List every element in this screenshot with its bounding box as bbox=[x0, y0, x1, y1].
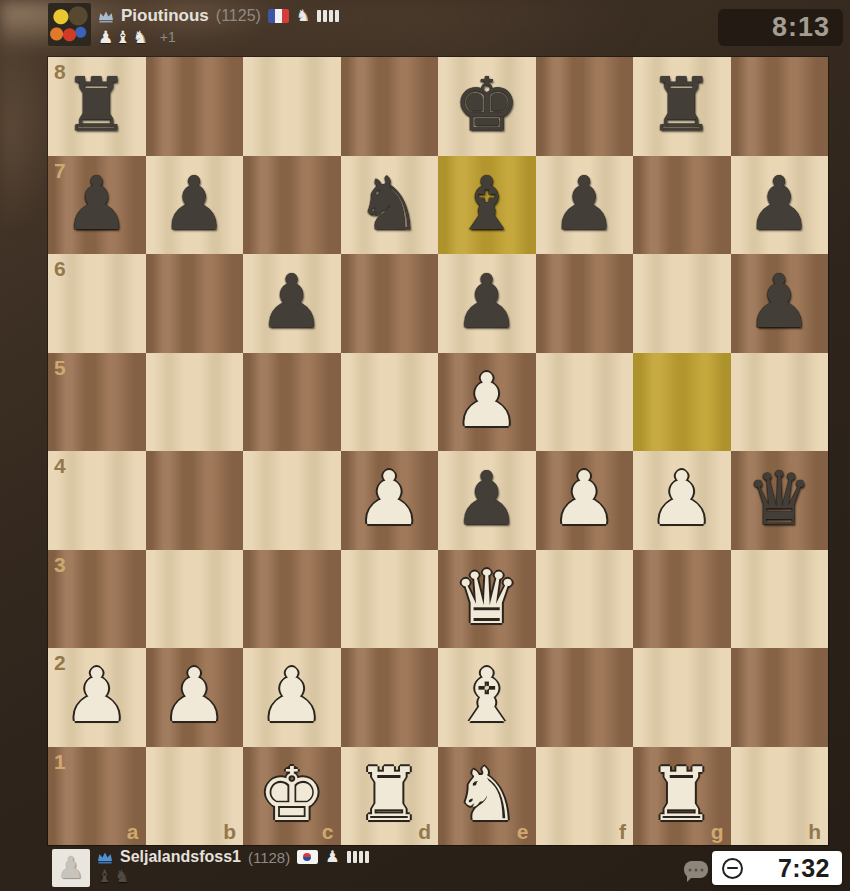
square-g7[interactable] bbox=[633, 156, 731, 255]
bottom-clock-time: 7:32 bbox=[778, 854, 830, 883]
square-d6[interactable] bbox=[341, 254, 439, 353]
square-d8[interactable] bbox=[341, 57, 439, 156]
square-d3[interactable] bbox=[341, 550, 439, 649]
piece-black-pawn-c6[interactable]: ♟ bbox=[259, 264, 325, 338]
square-h4[interactable]: ♛ bbox=[731, 451, 829, 550]
piece-white-king-c1[interactable]: ♚ bbox=[259, 757, 325, 831]
piece-black-king-e8[interactable]: ♚ bbox=[454, 67, 520, 141]
piece-white-pawn-f4[interactable]: ♟ bbox=[551, 461, 617, 535]
app-screen: Pioutinous (1125) ♞ ♟♝♞ +1 8:13 8♜♚♜7♟♟♞… bbox=[0, 0, 850, 891]
premium-crown-icon bbox=[98, 10, 114, 23]
square-a4[interactable]: 4 bbox=[48, 451, 146, 550]
square-f4[interactable]: ♟ bbox=[536, 451, 634, 550]
rank-label-3: 3 bbox=[54, 554, 66, 575]
bottom-player-avatar[interactable] bbox=[52, 849, 90, 887]
rank-label-4: 4 bbox=[54, 455, 66, 476]
piece-black-bishop-e7[interactable]: ♝ bbox=[454, 166, 520, 240]
piece-white-pawn-e5[interactable]: ♟ bbox=[454, 363, 520, 437]
square-b6[interactable] bbox=[146, 254, 244, 353]
file-label-f: f bbox=[619, 821, 626, 842]
square-b1[interactable]: b bbox=[146, 747, 244, 846]
square-e4[interactable]: ♟ bbox=[438, 451, 536, 550]
connection-bars-icon bbox=[317, 10, 339, 22]
piece-black-pawn-h6[interactable]: ♟ bbox=[746, 264, 812, 338]
piece-white-pawn-a2[interactable]: ♟ bbox=[64, 658, 130, 732]
square-e6[interactable]: ♟ bbox=[438, 254, 536, 353]
premium-crown-icon bbox=[97, 851, 113, 864]
bottom-player-clock: 7:32 bbox=[712, 851, 842, 885]
top-player-name[interactable]: Pioutinous bbox=[121, 6, 209, 26]
rank-label-5: 5 bbox=[54, 357, 66, 378]
chat-icon[interactable] bbox=[684, 861, 708, 878]
square-a7[interactable]: 7♟ bbox=[48, 156, 146, 255]
piece-black-pawn-f7[interactable]: ♟ bbox=[551, 166, 617, 240]
square-a3[interactable]: 3 bbox=[48, 550, 146, 649]
pawn-badge-icon: ♟ bbox=[325, 849, 339, 865]
piece-white-queen-e3[interactable]: ♛ bbox=[454, 560, 520, 634]
square-c2[interactable]: ♟ bbox=[243, 648, 341, 747]
piece-black-knight-d7[interactable]: ♞ bbox=[356, 166, 422, 240]
square-h8[interactable] bbox=[731, 57, 829, 156]
square-a2[interactable]: 2♟ bbox=[48, 648, 146, 747]
piece-black-rook-a8[interactable]: ♜ bbox=[64, 67, 130, 141]
square-d4[interactable]: ♟ bbox=[341, 451, 439, 550]
piece-black-pawn-h7[interactable]: ♟ bbox=[746, 166, 812, 240]
captured-knight-icon: ♞ bbox=[133, 28, 148, 46]
piece-white-pawn-c2[interactable]: ♟ bbox=[259, 658, 325, 732]
captured-bishop-icon: ♝ bbox=[115, 28, 130, 46]
square-f1[interactable]: f bbox=[536, 747, 634, 846]
square-d5[interactable] bbox=[341, 353, 439, 452]
piece-black-pawn-a7[interactable]: ♟ bbox=[64, 166, 130, 240]
square-a6[interactable]: 6 bbox=[48, 254, 146, 353]
square-g6[interactable] bbox=[633, 254, 731, 353]
square-e5[interactable]: ♟ bbox=[438, 353, 536, 452]
square-e2[interactable]: ♝ bbox=[438, 648, 536, 747]
top-material-advantage: +1 bbox=[160, 29, 176, 45]
square-c4[interactable] bbox=[243, 451, 341, 550]
square-e8[interactable]: ♚ bbox=[438, 57, 536, 156]
square-h6[interactable]: ♟ bbox=[731, 254, 829, 353]
square-f7[interactable]: ♟ bbox=[536, 156, 634, 255]
clock-minus-icon bbox=[722, 858, 743, 879]
square-d1[interactable]: d♜ bbox=[341, 747, 439, 846]
bottom-player-bar: Seljalandsfoss1 (1128) ♟ ♝♞ 7:32 bbox=[0, 845, 850, 891]
square-g2[interactable] bbox=[633, 648, 731, 747]
square-c7[interactable] bbox=[243, 156, 341, 255]
square-f8[interactable] bbox=[536, 57, 634, 156]
square-c3[interactable] bbox=[243, 550, 341, 649]
file-label-h: h bbox=[808, 821, 821, 842]
square-f3[interactable] bbox=[536, 550, 634, 649]
square-f2[interactable] bbox=[536, 648, 634, 747]
piece-white-pawn-g4[interactable]: ♟ bbox=[649, 461, 715, 535]
france-flag-icon bbox=[268, 9, 289, 23]
top-player-clock: 8:13 bbox=[718, 9, 843, 46]
file-label-a: a bbox=[127, 821, 139, 842]
piece-white-rook-g1[interactable]: ♜ bbox=[649, 757, 715, 831]
square-f5[interactable] bbox=[536, 353, 634, 452]
knight-badge-icon: ♞ bbox=[296, 8, 310, 24]
piece-black-rook-g8[interactable]: ♜ bbox=[649, 67, 715, 141]
piece-white-rook-d1[interactable]: ♜ bbox=[356, 757, 422, 831]
bottom-player-info: Seljalandsfoss1 (1128) ♟ ♝♞ bbox=[97, 848, 369, 885]
captured-bishop-icon: ♝ bbox=[97, 867, 112, 885]
captured-knight-icon: ♞ bbox=[114, 867, 129, 885]
square-b2[interactable]: ♟ bbox=[146, 648, 244, 747]
piece-white-pawn-b2[interactable]: ♟ bbox=[161, 658, 227, 732]
square-d7[interactable]: ♞ bbox=[341, 156, 439, 255]
square-b5[interactable] bbox=[146, 353, 244, 452]
square-g1[interactable]: g♜ bbox=[633, 747, 731, 846]
square-d2[interactable] bbox=[341, 648, 439, 747]
square-b3[interactable] bbox=[146, 550, 244, 649]
square-h2[interactable] bbox=[731, 648, 829, 747]
piece-white-pawn-d4[interactable]: ♟ bbox=[356, 461, 422, 535]
square-a5[interactable]: 5 bbox=[48, 353, 146, 452]
square-h1[interactable]: h bbox=[731, 747, 829, 846]
piece-white-knight-e1[interactable]: ♞ bbox=[454, 757, 520, 831]
square-a1[interactable]: 1a bbox=[48, 747, 146, 846]
bottom-player-rating: (1128) bbox=[248, 849, 290, 866]
square-a8[interactable]: 8♜ bbox=[48, 57, 146, 156]
square-c8[interactable] bbox=[243, 57, 341, 156]
rank-label-1: 1 bbox=[54, 751, 66, 772]
square-c6[interactable]: ♟ bbox=[243, 254, 341, 353]
square-g5[interactable] bbox=[633, 353, 731, 452]
bottom-player-name[interactable]: Seljalandsfoss1 bbox=[120, 848, 241, 866]
square-c1[interactable]: c♚ bbox=[243, 747, 341, 846]
square-b7[interactable]: ♟ bbox=[146, 156, 244, 255]
top-player-avatar[interactable] bbox=[48, 3, 91, 46]
piece-black-pawn-e4[interactable]: ♟ bbox=[454, 461, 520, 535]
square-b8[interactable] bbox=[146, 57, 244, 156]
square-g8[interactable]: ♜ bbox=[633, 57, 731, 156]
piece-black-pawn-b7[interactable]: ♟ bbox=[161, 166, 227, 240]
top-player-bar: Pioutinous (1125) ♞ ♟♝♞ +1 8:13 bbox=[0, 0, 850, 57]
connection-bars-icon bbox=[347, 851, 369, 863]
top-player-rating: (1125) bbox=[216, 7, 261, 25]
square-f6[interactable] bbox=[536, 254, 634, 353]
square-h7[interactable]: ♟ bbox=[731, 156, 829, 255]
south-korea-flag-icon bbox=[297, 850, 318, 864]
piece-white-bishop-e2[interactable]: ♝ bbox=[454, 658, 520, 732]
square-h3[interactable] bbox=[731, 550, 829, 649]
captured-pawn-icon: ♟ bbox=[98, 28, 113, 46]
top-clock-time: 8:13 bbox=[772, 12, 830, 43]
top-captured-pieces: ♟♝♞ bbox=[98, 28, 148, 46]
piece-black-pawn-e6[interactable]: ♟ bbox=[454, 264, 520, 338]
square-e1[interactable]: e♞ bbox=[438, 747, 536, 846]
square-g4[interactable]: ♟ bbox=[633, 451, 731, 550]
bottom-captured-pieces: ♝♞ bbox=[97, 867, 130, 885]
chess-board: 8♜♚♜7♟♟♞♝♟♟6♟♟♟5♟4♟♟♟♟♛3♛2♟♟♟♝1abc♚d♜e♞f… bbox=[48, 57, 828, 845]
piece-black-queen-h4[interactable]: ♛ bbox=[746, 461, 812, 535]
file-label-b: b bbox=[223, 821, 236, 842]
square-e3[interactable]: ♛ bbox=[438, 550, 536, 649]
square-g3[interactable] bbox=[633, 550, 731, 649]
square-c5[interactable] bbox=[243, 353, 341, 452]
square-e7[interactable]: ♝ bbox=[438, 156, 536, 255]
top-player-info: Pioutinous (1125) ♞ ♟♝♞ +1 bbox=[98, 6, 339, 46]
square-b4[interactable] bbox=[146, 451, 244, 550]
rank-label-6: 6 bbox=[54, 258, 66, 279]
square-h5[interactable] bbox=[731, 353, 829, 452]
